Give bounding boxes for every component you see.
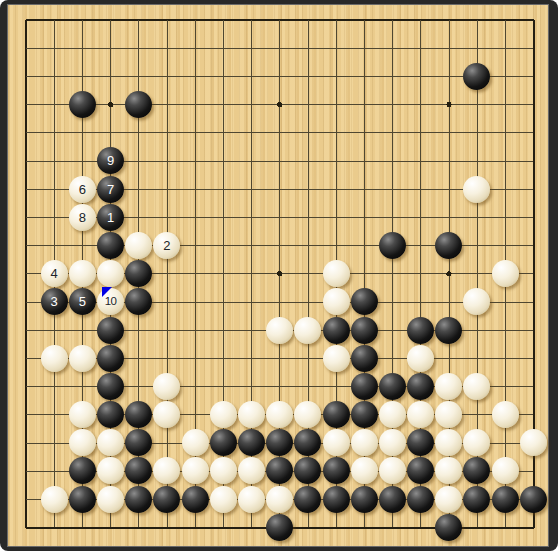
- white-stone[interactable]: [435, 401, 462, 428]
- white-stone[interactable]: [210, 486, 237, 513]
- black-stone[interactable]: [379, 373, 406, 400]
- white-stone[interactable]: [463, 176, 490, 203]
- black-stone[interactable]: 5: [69, 288, 96, 315]
- go-board[interactable]: 96781243510: [8, 5, 548, 546]
- black-stone[interactable]: [210, 429, 237, 456]
- black-stone[interactable]: [520, 486, 547, 513]
- white-stone[interactable]: [379, 457, 406, 484]
- black-stone[interactable]: [323, 457, 350, 484]
- white-stone[interactable]: [520, 429, 547, 456]
- black-stone[interactable]: [407, 317, 434, 344]
- black-stone[interactable]: [153, 486, 180, 513]
- move-number-label: 1: [107, 211, 114, 224]
- white-stone[interactable]: [69, 401, 96, 428]
- black-stone[interactable]: [97, 401, 124, 428]
- white-stone[interactable]: [238, 401, 265, 428]
- black-stone[interactable]: [97, 373, 124, 400]
- black-stone[interactable]: [125, 429, 152, 456]
- white-stone[interactable]: 2: [153, 232, 180, 259]
- white-stone[interactable]: [407, 345, 434, 372]
- black-stone[interactable]: [125, 91, 152, 118]
- black-stone[interactable]: [125, 486, 152, 513]
- black-stone[interactable]: [97, 345, 124, 372]
- black-stone[interactable]: [351, 288, 378, 315]
- black-stone[interactable]: [266, 429, 293, 456]
- black-stone[interactable]: [463, 457, 490, 484]
- black-stone[interactable]: [407, 373, 434, 400]
- white-stone[interactable]: [69, 260, 96, 287]
- black-stone[interactable]: [379, 232, 406, 259]
- black-stone[interactable]: [69, 457, 96, 484]
- move-number-label: 7: [107, 183, 114, 196]
- black-stone[interactable]: [69, 486, 96, 513]
- white-stone[interactable]: [266, 401, 293, 428]
- white-stone[interactable]: [266, 317, 293, 344]
- white-stone[interactable]: [69, 345, 96, 372]
- white-stone[interactable]: [323, 345, 350, 372]
- white-stone[interactable]: [153, 401, 180, 428]
- white-stone[interactable]: [323, 429, 350, 456]
- white-stone[interactable]: [210, 457, 237, 484]
- white-stone[interactable]: [294, 317, 321, 344]
- black-stone[interactable]: 1: [97, 204, 124, 231]
- white-stone[interactable]: 10: [97, 288, 124, 315]
- move-number-label: 6: [79, 183, 86, 196]
- black-stone[interactable]: [125, 401, 152, 428]
- black-stone[interactable]: [351, 345, 378, 372]
- black-stone[interactable]: [323, 317, 350, 344]
- white-stone[interactable]: [463, 288, 490, 315]
- white-stone[interactable]: [351, 429, 378, 456]
- white-stone[interactable]: [153, 373, 180, 400]
- white-stone[interactable]: [492, 401, 519, 428]
- black-stone[interactable]: [125, 288, 152, 315]
- white-stone[interactable]: [41, 345, 68, 372]
- white-stone[interactable]: [182, 429, 209, 456]
- white-stone[interactable]: [379, 429, 406, 456]
- white-stone[interactable]: [97, 486, 124, 513]
- white-stone[interactable]: [463, 373, 490, 400]
- black-stone[interactable]: [125, 260, 152, 287]
- black-stone[interactable]: 3: [41, 288, 68, 315]
- white-stone[interactable]: [435, 373, 462, 400]
- black-stone[interactable]: [351, 373, 378, 400]
- black-stone[interactable]: [266, 514, 293, 541]
- black-stone[interactable]: [463, 63, 490, 90]
- white-stone[interactable]: [125, 232, 152, 259]
- white-stone[interactable]: [238, 457, 265, 484]
- white-stone[interactable]: [238, 486, 265, 513]
- black-stone[interactable]: [323, 401, 350, 428]
- black-stone[interactable]: [379, 486, 406, 513]
- white-stone[interactable]: [210, 401, 237, 428]
- move-number-label: 9: [107, 154, 114, 167]
- white-stone[interactable]: [323, 260, 350, 287]
- white-stone[interactable]: [97, 260, 124, 287]
- black-stone[interactable]: [407, 486, 434, 513]
- black-stone[interactable]: [407, 457, 434, 484]
- white-stone[interactable]: [97, 429, 124, 456]
- black-stone[interactable]: [238, 429, 265, 456]
- black-stone[interactable]: [294, 429, 321, 456]
- move-number-label: 4: [51, 267, 58, 280]
- black-stone[interactable]: [351, 486, 378, 513]
- black-stone[interactable]: [97, 232, 124, 259]
- last-move-marker-icon: [102, 287, 112, 297]
- black-stone[interactable]: [182, 486, 209, 513]
- move-number-label: 5: [79, 295, 86, 308]
- move-number-label: 8: [79, 211, 86, 224]
- move-number-label: 10: [105, 296, 117, 308]
- white-stone[interactable]: 8: [69, 204, 96, 231]
- black-stone[interactable]: [266, 457, 293, 484]
- white-stone[interactable]: [435, 457, 462, 484]
- black-stone[interactable]: [351, 317, 378, 344]
- black-stone[interactable]: [97, 317, 124, 344]
- black-stone[interactable]: [492, 486, 519, 513]
- black-stone[interactable]: [351, 401, 378, 428]
- black-stone[interactable]: [463, 486, 490, 513]
- black-stone[interactable]: [435, 514, 462, 541]
- move-number-label: 2: [163, 239, 170, 252]
- white-stone[interactable]: [435, 429, 462, 456]
- black-stone[interactable]: 9: [97, 147, 124, 174]
- white-stone[interactable]: [182, 457, 209, 484]
- black-stone[interactable]: 7: [97, 176, 124, 203]
- white-stone[interactable]: [294, 401, 321, 428]
- black-stone[interactable]: [323, 486, 350, 513]
- black-stone[interactable]: [294, 486, 321, 513]
- white-stone[interactable]: [351, 457, 378, 484]
- black-stone[interactable]: [294, 457, 321, 484]
- white-stone[interactable]: [492, 260, 519, 287]
- go-diagram-window: 96781243510: [0, 0, 558, 551]
- move-number-label: 3: [51, 295, 58, 308]
- black-stone[interactable]: [435, 317, 462, 344]
- black-stone[interactable]: [407, 429, 434, 456]
- black-stone[interactable]: [69, 91, 96, 118]
- white-stone[interactable]: [153, 457, 180, 484]
- white-stone[interactable]: [435, 486, 462, 513]
- white-stone[interactable]: 4: [41, 260, 68, 287]
- white-stone[interactable]: [463, 429, 490, 456]
- black-stone[interactable]: [125, 457, 152, 484]
- white-stone[interactable]: [69, 429, 96, 456]
- white-stone[interactable]: 6: [69, 176, 96, 203]
- white-stone[interactable]: [407, 401, 434, 428]
- black-stone[interactable]: [435, 232, 462, 259]
- white-stone[interactable]: [323, 288, 350, 315]
- white-stone[interactable]: [41, 486, 68, 513]
- white-stone[interactable]: [492, 457, 519, 484]
- white-stone[interactable]: [97, 457, 124, 484]
- stones-grid: 96781243510: [12, 6, 548, 542]
- white-stone[interactable]: [266, 486, 293, 513]
- white-stone[interactable]: [379, 401, 406, 428]
